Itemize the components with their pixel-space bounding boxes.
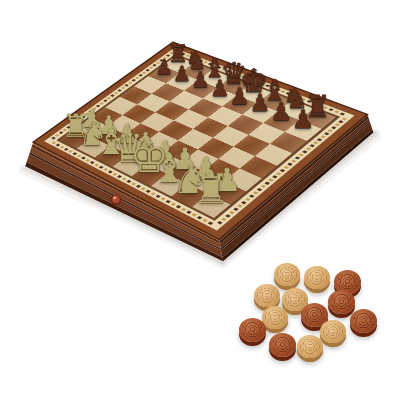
chess-checkers-set-photo: ♜♞♝♛♚♝♞♜♟♟♟♟♟♟♟♟♟♟♟♟♟♟♟♟♜♞♝♛♚♝♞♜ bbox=[0, 0, 400, 400]
drawer-knob bbox=[112, 196, 120, 204]
drawer-knob-highlight bbox=[113, 196, 116, 199]
